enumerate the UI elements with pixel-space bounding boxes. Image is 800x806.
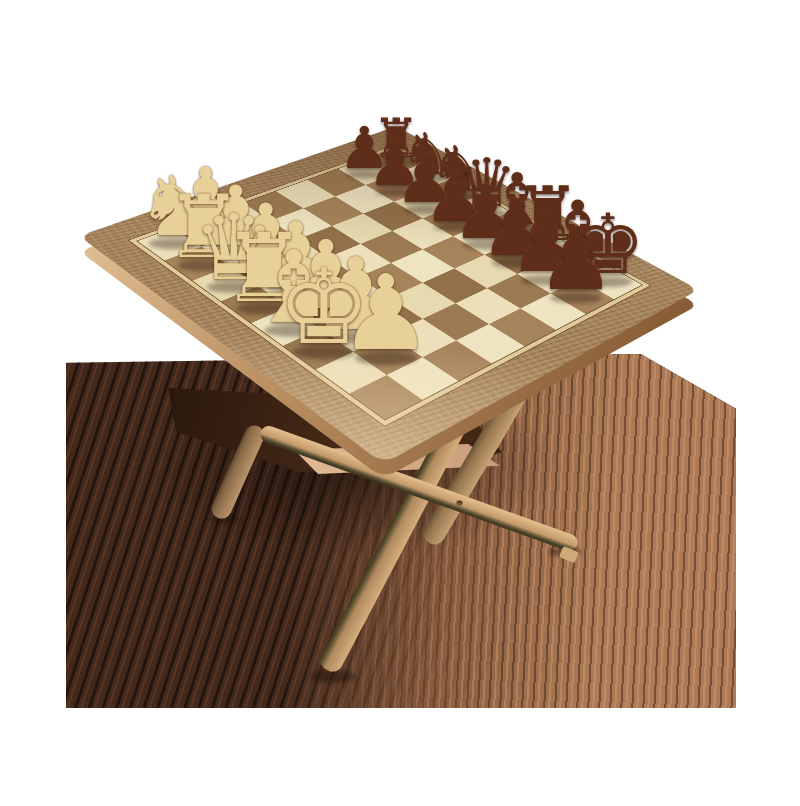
chess-piece-white-king[interactable]: ♚	[277, 258, 370, 357]
chess-piece-black-pawn[interactable]: ♟	[537, 219, 615, 302]
stretcher-bolt-hole	[456, 500, 463, 507]
scene: ♜♞♞♛♝♜♝♚♟♟♟♟♟♟♟♟♟♟♟♟♟♟♟♞♜♛♜♝♚	[0, 0, 800, 806]
